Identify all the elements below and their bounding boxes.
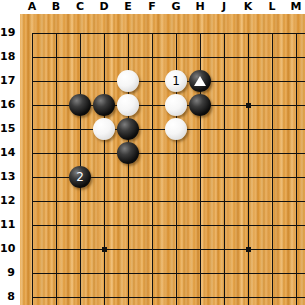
coordinate-label-row-14: 14: [0, 146, 15, 160]
intersection-J10[interactable]: [212, 237, 236, 261]
intersection-E19[interactable]: [116, 21, 140, 45]
intersection-L16[interactable]: [260, 93, 284, 117]
intersection-G12[interactable]: [164, 189, 188, 213]
intersection-J17[interactable]: [212, 69, 236, 93]
intersection-K11[interactable]: [236, 213, 260, 237]
intersection-F9[interactable]: [140, 261, 164, 285]
intersection-A9[interactable]: [20, 261, 44, 285]
intersection-A8[interactable]: [20, 285, 44, 305]
intersection-F15[interactable]: [140, 117, 164, 141]
intersection-K19[interactable]: [236, 21, 260, 45]
intersection-G8[interactable]: [164, 285, 188, 305]
intersection-A17[interactable]: [20, 69, 44, 93]
intersection-H10[interactable]: [188, 237, 212, 261]
intersection-F13[interactable]: [140, 165, 164, 189]
intersection-K14[interactable]: [236, 141, 260, 165]
intersection-H14[interactable]: [188, 141, 212, 165]
coordinate-label-col-J: J: [212, 0, 236, 14]
coordinate-label-row-15: 15: [0, 122, 15, 136]
intersection-A12[interactable]: [20, 189, 44, 213]
coordinate-label-row-13: 13: [0, 170, 15, 184]
intersection-C9[interactable]: [68, 261, 92, 285]
intersection-E10[interactable]: [116, 237, 140, 261]
intersection-D17[interactable]: [92, 69, 116, 93]
intersection-G13[interactable]: [164, 165, 188, 189]
intersection-E8[interactable]: [116, 285, 140, 305]
intersection-B8[interactable]: [44, 285, 68, 305]
intersection-J15[interactable]: [212, 117, 236, 141]
intersection-K16[interactable]: [236, 93, 260, 117]
intersection-H8[interactable]: [188, 285, 212, 305]
intersection-B17[interactable]: [44, 69, 68, 93]
intersection-L11[interactable]: [260, 213, 284, 237]
intersection-M19[interactable]: [284, 21, 305, 45]
intersection-G11[interactable]: [164, 213, 188, 237]
intersection-A14[interactable]: [20, 141, 44, 165]
intersection-C11[interactable]: [68, 213, 92, 237]
stone-black-C16[interactable]: [69, 94, 91, 116]
coordinate-label-col-M: M: [284, 0, 305, 14]
stone-black-H17[interactable]: [189, 70, 211, 92]
intersection-J14[interactable]: [212, 141, 236, 165]
coordinate-label-col-E: E: [116, 0, 140, 14]
intersection-C14[interactable]: [68, 141, 92, 165]
intersection-G16[interactable]: [164, 93, 188, 117]
coordinate-label-row-12: 12: [0, 194, 15, 208]
coordinate-label-row-9: 9: [0, 266, 15, 280]
coordinate-label-row-17: 17: [0, 74, 15, 88]
intersection-E11[interactable]: [116, 213, 140, 237]
intersection-J19[interactable]: [212, 21, 236, 45]
intersection-D10[interactable]: [92, 237, 116, 261]
star-point-K16: [246, 103, 251, 108]
intersection-A16[interactable]: [20, 93, 44, 117]
coordinate-label-col-A: A: [20, 0, 44, 14]
intersection-G17[interactable]: 1: [164, 69, 188, 93]
coordinate-label-col-K: K: [236, 0, 260, 14]
move-number-label: 1: [165, 70, 187, 92]
stone-white-E16[interactable]: [117, 94, 139, 116]
intersection-C18[interactable]: [68, 45, 92, 69]
intersection-A18[interactable]: [20, 45, 44, 69]
intersection-J18[interactable]: [212, 45, 236, 69]
intersection-J11[interactable]: [212, 213, 236, 237]
coordinate-label-row-16: 16: [0, 98, 15, 112]
stone-white-G16[interactable]: [165, 94, 187, 116]
intersection-D13[interactable]: [92, 165, 116, 189]
intersection-M11[interactable]: [284, 213, 305, 237]
intersection-C19[interactable]: [68, 21, 92, 45]
intersection-L10[interactable]: [260, 237, 284, 261]
intersection-H12[interactable]: [188, 189, 212, 213]
intersection-B11[interactable]: [44, 213, 68, 237]
coordinate-label-row-10: 10: [0, 242, 15, 256]
go-board-diagram: 12 ABCDEFGHJKLM 1918171615141312111098: [0, 0, 305, 305]
intersection-F19[interactable]: [140, 21, 164, 45]
intersection-C12[interactable]: [68, 189, 92, 213]
intersection-D14[interactable]: [92, 141, 116, 165]
move-number-label: 2: [69, 166, 91, 188]
intersection-J8[interactable]: [212, 285, 236, 305]
intersection-M14[interactable]: [284, 141, 305, 165]
intersection-C8[interactable]: [68, 285, 92, 305]
intersection-L17[interactable]: [260, 69, 284, 93]
intersection-D11[interactable]: [92, 213, 116, 237]
intersection-D19[interactable]: [92, 21, 116, 45]
intersection-E9[interactable]: [116, 261, 140, 285]
intersection-D18[interactable]: [92, 45, 116, 69]
intersection-B9[interactable]: [44, 261, 68, 285]
intersection-K9[interactable]: [236, 261, 260, 285]
intersection-H16[interactable]: [188, 93, 212, 117]
left-coordinates: 1918171615141312111098: [0, 0, 20, 305]
intersection-M17[interactable]: [284, 69, 305, 93]
intersection-G15[interactable]: [164, 117, 188, 141]
intersection-D9[interactable]: [92, 261, 116, 285]
intersection-A11[interactable]: [20, 213, 44, 237]
intersection-G9[interactable]: [164, 261, 188, 285]
stone-black-C13[interactable]: 2: [69, 166, 91, 188]
intersection-L9[interactable]: [260, 261, 284, 285]
intersection-B18[interactable]: [44, 45, 68, 69]
star-point-K10: [246, 247, 251, 252]
intersection-E16[interactable]: [116, 93, 140, 117]
intersection-C16[interactable]: [68, 93, 92, 117]
intersection-H9[interactable]: [188, 261, 212, 285]
intersection-L15[interactable]: [260, 117, 284, 141]
coordinate-label-row-8: 8: [0, 290, 15, 304]
intersection-E18[interactable]: [116, 45, 140, 69]
intersection-J13[interactable]: [212, 165, 236, 189]
stone-white-D15[interactable]: [93, 118, 115, 140]
intersection-F18[interactable]: [140, 45, 164, 69]
intersection-L18[interactable]: [260, 45, 284, 69]
coordinate-label-col-C: C: [68, 0, 92, 14]
intersection-K18[interactable]: [236, 45, 260, 69]
intersection-H13[interactable]: [188, 165, 212, 189]
intersection-J16[interactable]: [212, 93, 236, 117]
intersection-C17[interactable]: [68, 69, 92, 93]
intersection-M12[interactable]: [284, 189, 305, 213]
intersection-F14[interactable]: [140, 141, 164, 165]
intersection-K8[interactable]: [236, 285, 260, 305]
intersection-E12[interactable]: [116, 189, 140, 213]
intersection-B15[interactable]: [44, 117, 68, 141]
stone-white-E17[interactable]: [117, 70, 139, 92]
stone-black-H16[interactable]: [189, 94, 211, 116]
intersection-J9[interactable]: [212, 261, 236, 285]
intersection-L13[interactable]: [260, 165, 284, 189]
intersection-D15[interactable]: [92, 117, 116, 141]
intersection-L12[interactable]: [260, 189, 284, 213]
intersection-A15[interactable]: [20, 117, 44, 141]
coordinate-label-col-F: F: [140, 0, 164, 14]
intersection-A10[interactable]: [20, 237, 44, 261]
intersection-G19[interactable]: [164, 21, 188, 45]
intersection-H11[interactable]: [188, 213, 212, 237]
coordinate-label-col-D: D: [92, 0, 116, 14]
intersection-F12[interactable]: [140, 189, 164, 213]
intersection-K15[interactable]: [236, 117, 260, 141]
intersection-M8[interactable]: [284, 285, 305, 305]
top-coordinates: ABCDEFGHJKLM: [0, 0, 305, 14]
intersection-D8[interactable]: [92, 285, 116, 305]
intersection-C10[interactable]: [68, 237, 92, 261]
intersection-F8[interactable]: [140, 285, 164, 305]
intersection-G10[interactable]: [164, 237, 188, 261]
coordinate-label-col-G: G: [164, 0, 188, 14]
intersection-L14[interactable]: [260, 141, 284, 165]
stone-white-G15[interactable]: [165, 118, 187, 140]
intersection-M16[interactable]: [284, 93, 305, 117]
intersection-L8[interactable]: [260, 285, 284, 305]
coordinate-label-row-18: 18: [0, 50, 15, 64]
intersection-F11[interactable]: [140, 213, 164, 237]
intersection-B12[interactable]: [44, 189, 68, 213]
intersection-G18[interactable]: [164, 45, 188, 69]
stone-black-E14[interactable]: [117, 142, 139, 164]
intersection-B19[interactable]: [44, 21, 68, 45]
intersection-G14[interactable]: [164, 141, 188, 165]
intersection-B16[interactable]: [44, 93, 68, 117]
intersection-K12[interactable]: [236, 189, 260, 213]
intersection-M15[interactable]: [284, 117, 305, 141]
intersection-H18[interactable]: [188, 45, 212, 69]
intersection-H15[interactable]: [188, 117, 212, 141]
coordinate-label-col-B: B: [44, 0, 68, 14]
coordinate-label-col-L: L: [260, 0, 284, 14]
go-board: 12: [20, 14, 305, 305]
intersection-M18[interactable]: [284, 45, 305, 69]
coordinate-label-row-11: 11: [0, 218, 15, 232]
intersection-C15[interactable]: [68, 117, 92, 141]
intersection-D16[interactable]: [92, 93, 116, 117]
intersection-B14[interactable]: [44, 141, 68, 165]
coordinate-label-col-H: H: [188, 0, 212, 14]
intersection-F10[interactable]: [140, 237, 164, 261]
stone-white-G17[interactable]: 1: [165, 70, 187, 92]
intersection-F17[interactable]: [140, 69, 164, 93]
intersection-E14[interactable]: [116, 141, 140, 165]
intersection-E17[interactable]: [116, 69, 140, 93]
intersection-D12[interactable]: [92, 189, 116, 213]
stone-black-E15[interactable]: [117, 118, 139, 140]
stone-black-D16[interactable]: [93, 94, 115, 116]
intersection-M10[interactable]: [284, 237, 305, 261]
intersection-C13[interactable]: 2: [68, 165, 92, 189]
intersection-J12[interactable]: [212, 189, 236, 213]
intersection-K13[interactable]: [236, 165, 260, 189]
intersection-H19[interactable]: [188, 21, 212, 45]
coordinate-label-row-19: 19: [0, 26, 15, 40]
intersection-B10[interactable]: [44, 237, 68, 261]
intersection-M9[interactable]: [284, 261, 305, 285]
intersection-H17[interactable]: [188, 69, 212, 93]
intersection-A13[interactable]: [20, 165, 44, 189]
intersection-L19[interactable]: [260, 21, 284, 45]
intersection-A19[interactable]: [20, 21, 44, 45]
intersection-E15[interactable]: [116, 117, 140, 141]
intersection-K10[interactable]: [236, 237, 260, 261]
intersection-E13[interactable]: [116, 165, 140, 189]
intersection-F16[interactable]: [140, 93, 164, 117]
intersection-B13[interactable]: [44, 165, 68, 189]
triangle-marker-icon: [194, 76, 206, 86]
board-grid: 12: [20, 21, 305, 305]
intersection-M13[interactable]: [284, 165, 305, 189]
star-point-D10: [102, 247, 107, 252]
intersection-K17[interactable]: [236, 69, 260, 93]
